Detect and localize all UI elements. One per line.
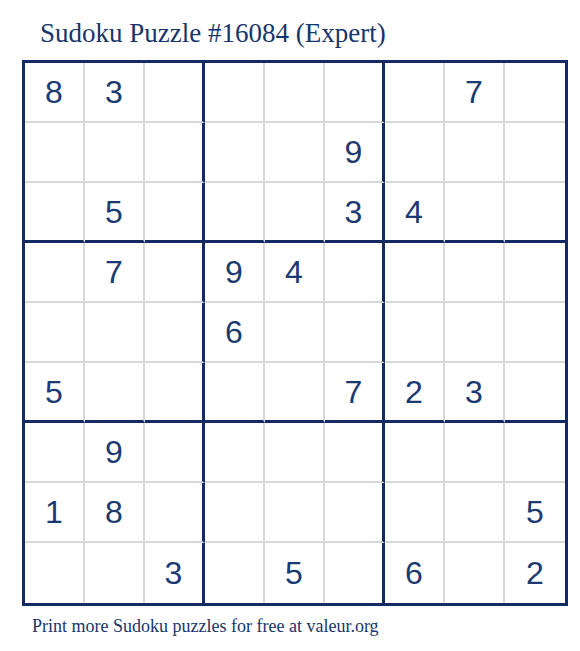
cell-r6c4[interactable] [205,363,265,423]
cell-r4c5[interactable]: 4 [265,243,325,303]
cell-r8c9[interactable]: 5 [505,483,565,543]
cell-r3c8[interactable] [445,183,505,243]
cell-r5c8[interactable] [445,303,505,363]
cell-r7c5[interactable] [265,423,325,483]
cell-r2c7[interactable] [385,123,445,183]
cell-r3c7[interactable]: 4 [385,183,445,243]
sudoku-page: Sudoku Puzzle #16084 (Expert) 8379534794… [0,0,580,651]
cell-r9c5[interactable]: 5 [265,543,325,603]
cell-r5c7[interactable] [385,303,445,363]
cell-r9c1[interactable] [25,543,85,603]
cell-r8c2[interactable]: 8 [85,483,145,543]
cell-r9c2[interactable] [85,543,145,603]
cell-r9c9[interactable]: 2 [505,543,565,603]
cell-r6c2[interactable] [85,363,145,423]
cell-r6c1[interactable]: 5 [25,363,85,423]
cell-r1c7[interactable] [385,63,445,123]
cell-r4c1[interactable] [25,243,85,303]
cell-r2c2[interactable] [85,123,145,183]
cell-r9c4[interactable] [205,543,265,603]
cell-r1c3[interactable] [145,63,205,123]
cell-r3c2[interactable]: 5 [85,183,145,243]
cell-r3c1[interactable] [25,183,85,243]
cell-r8c6[interactable] [325,483,385,543]
cell-r8c1[interactable]: 1 [25,483,85,543]
cell-r2c3[interactable] [145,123,205,183]
sudoku-board: 83795347946572391853562 [22,60,568,606]
cell-r6c8[interactable]: 3 [445,363,505,423]
cell-r9c7[interactable]: 6 [385,543,445,603]
cell-r7c9[interactable] [505,423,565,483]
cell-r1c6[interactable] [325,63,385,123]
cell-r2c4[interactable] [205,123,265,183]
cell-r1c1[interactable]: 8 [25,63,85,123]
cell-r3c4[interactable] [205,183,265,243]
cell-r6c9[interactable] [505,363,565,423]
cell-r7c7[interactable] [385,423,445,483]
cell-r2c8[interactable] [445,123,505,183]
cell-r5c5[interactable] [265,303,325,363]
cell-r7c6[interactable] [325,423,385,483]
cell-r5c3[interactable] [145,303,205,363]
footer-text: Print more Sudoku puzzles for free at va… [32,616,379,637]
cell-r5c9[interactable] [505,303,565,363]
cell-r4c9[interactable] [505,243,565,303]
cell-r4c4[interactable]: 9 [205,243,265,303]
cell-r4c8[interactable] [445,243,505,303]
cell-r2c6[interactable]: 9 [325,123,385,183]
page-title: Sudoku Puzzle #16084 (Expert) [40,18,386,49]
cell-r4c3[interactable] [145,243,205,303]
cell-r1c4[interactable] [205,63,265,123]
cell-r3c3[interactable] [145,183,205,243]
cell-r9c8[interactable] [445,543,505,603]
cell-r9c6[interactable] [325,543,385,603]
cell-r5c6[interactable] [325,303,385,363]
cell-r2c5[interactable] [265,123,325,183]
cell-r7c2[interactable]: 9 [85,423,145,483]
cell-r7c3[interactable] [145,423,205,483]
cell-r5c2[interactable] [85,303,145,363]
cell-r4c2[interactable]: 7 [85,243,145,303]
cell-r8c7[interactable] [385,483,445,543]
cell-r8c5[interactable] [265,483,325,543]
cell-r7c8[interactable] [445,423,505,483]
cell-r8c3[interactable] [145,483,205,543]
cell-r3c5[interactable] [265,183,325,243]
cell-r1c8[interactable]: 7 [445,63,505,123]
cell-r5c1[interactable] [25,303,85,363]
cell-r7c1[interactable] [25,423,85,483]
cell-r7c4[interactable] [205,423,265,483]
cell-r8c8[interactable] [445,483,505,543]
cell-r8c4[interactable] [205,483,265,543]
cell-r2c1[interactable] [25,123,85,183]
cell-r6c7[interactable]: 2 [385,363,445,423]
cell-r1c5[interactable] [265,63,325,123]
cell-r3c9[interactable] [505,183,565,243]
cell-r2c9[interactable] [505,123,565,183]
cell-r4c7[interactable] [385,243,445,303]
cell-r6c6[interactable]: 7 [325,363,385,423]
cell-r6c5[interactable] [265,363,325,423]
cell-r1c2[interactable]: 3 [85,63,145,123]
cell-r6c3[interactable] [145,363,205,423]
cell-r3c6[interactable]: 3 [325,183,385,243]
cell-r9c3[interactable]: 3 [145,543,205,603]
cell-r5c4[interactable]: 6 [205,303,265,363]
cell-r4c6[interactable] [325,243,385,303]
cell-r1c9[interactable] [505,63,565,123]
